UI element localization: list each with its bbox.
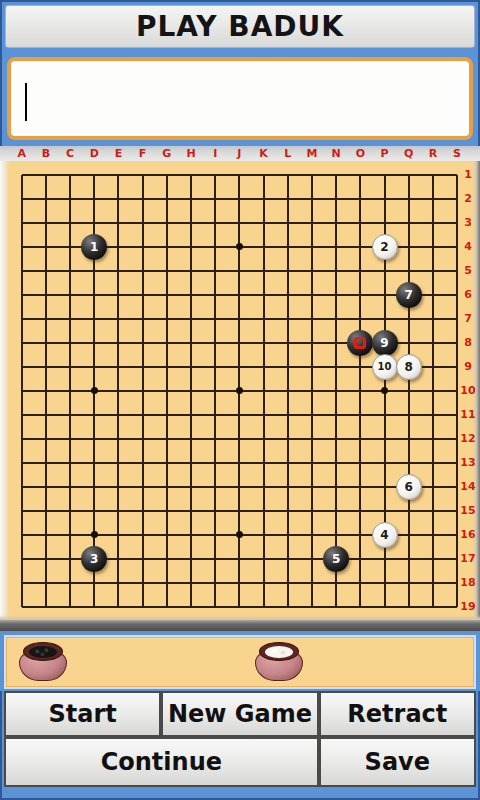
board-intersection[interactable] bbox=[227, 547, 251, 571]
board-intersection[interactable] bbox=[372, 499, 396, 523]
board-intersection[interactable] bbox=[421, 211, 445, 235]
board-intersection[interactable] bbox=[300, 523, 324, 547]
board-intersection[interactable] bbox=[179, 259, 203, 283]
board-intersection[interactable]: 2 bbox=[372, 235, 396, 259]
board-intersection[interactable] bbox=[227, 403, 251, 427]
board-intersection[interactable] bbox=[58, 331, 82, 355]
board-intersection[interactable] bbox=[131, 547, 155, 571]
board-intersection[interactable] bbox=[372, 211, 396, 235]
board-intersection[interactable] bbox=[58, 355, 82, 379]
board-intersection[interactable] bbox=[82, 427, 106, 451]
board-intersection[interactable] bbox=[10, 499, 34, 523]
board-intersection[interactable] bbox=[131, 379, 155, 403]
board-intersection[interactable] bbox=[34, 571, 58, 595]
board-intersection[interactable] bbox=[106, 331, 130, 355]
board-intersection[interactable] bbox=[34, 547, 58, 571]
board-intersection[interactable] bbox=[179, 427, 203, 451]
board-intersection[interactable] bbox=[324, 451, 348, 475]
board-intersection[interactable]: 1 bbox=[82, 235, 106, 259]
board-intersection[interactable] bbox=[324, 307, 348, 331]
board-intersection[interactable] bbox=[131, 283, 155, 307]
board-intersection[interactable] bbox=[300, 403, 324, 427]
board-intersection[interactable] bbox=[397, 547, 421, 571]
board-intersection[interactable] bbox=[276, 355, 300, 379]
board-intersection[interactable] bbox=[155, 451, 179, 475]
board-intersection[interactable] bbox=[179, 331, 203, 355]
board-intersection[interactable] bbox=[179, 355, 203, 379]
board-intersection[interactable] bbox=[421, 379, 445, 403]
board-intersection[interactable] bbox=[348, 475, 372, 499]
board-intersection[interactable] bbox=[300, 307, 324, 331]
board-intersection[interactable] bbox=[10, 283, 34, 307]
board-intersection[interactable] bbox=[421, 307, 445, 331]
board-intersection[interactable] bbox=[58, 499, 82, 523]
board-intersection[interactable] bbox=[421, 355, 445, 379]
board-intersection[interactable] bbox=[300, 547, 324, 571]
board-intersection[interactable] bbox=[421, 187, 445, 211]
board-intersection[interactable] bbox=[372, 547, 396, 571]
board-intersection[interactable] bbox=[397, 211, 421, 235]
board-intersection[interactable] bbox=[348, 187, 372, 211]
board-intersection[interactable] bbox=[155, 379, 179, 403]
board-intersection[interactable] bbox=[155, 163, 179, 187]
board-intersection[interactable] bbox=[421, 499, 445, 523]
board-intersection[interactable] bbox=[348, 547, 372, 571]
board-intersection[interactable] bbox=[58, 547, 82, 571]
board-intersection[interactable] bbox=[203, 427, 227, 451]
board-intersection[interactable] bbox=[106, 475, 130, 499]
board-intersection[interactable] bbox=[276, 283, 300, 307]
board-intersection[interactable] bbox=[179, 571, 203, 595]
board-intersection[interactable] bbox=[34, 403, 58, 427]
board-intersection[interactable] bbox=[203, 451, 227, 475]
board-intersection[interactable]: 4 bbox=[372, 523, 396, 547]
board-intersection[interactable] bbox=[372, 379, 396, 403]
board-intersection[interactable] bbox=[34, 331, 58, 355]
board-intersection[interactable] bbox=[155, 547, 179, 571]
board-intersection[interactable] bbox=[397, 187, 421, 211]
board-intersection[interactable] bbox=[348, 403, 372, 427]
board-intersection[interactable] bbox=[131, 427, 155, 451]
board-intersection[interactable] bbox=[227, 187, 251, 211]
board-intersection[interactable] bbox=[251, 595, 275, 619]
board-intersection[interactable] bbox=[203, 283, 227, 307]
board-intersection[interactable] bbox=[251, 211, 275, 235]
board-intersection[interactable] bbox=[106, 283, 130, 307]
board-intersection[interactable] bbox=[397, 451, 421, 475]
board-intersection[interactable] bbox=[155, 259, 179, 283]
board-intersection[interactable] bbox=[179, 499, 203, 523]
board-intersection[interactable] bbox=[300, 475, 324, 499]
board-intersection[interactable] bbox=[179, 163, 203, 187]
board-intersection[interactable] bbox=[227, 571, 251, 595]
board-intersection[interactable] bbox=[251, 475, 275, 499]
board-intersection[interactable] bbox=[82, 283, 106, 307]
board-intersection[interactable] bbox=[58, 307, 82, 331]
board-intersection[interactable] bbox=[131, 523, 155, 547]
board-intersection[interactable] bbox=[421, 451, 445, 475]
board-intersection[interactable] bbox=[131, 451, 155, 475]
board-intersection[interactable] bbox=[324, 187, 348, 211]
board-intersection[interactable] bbox=[227, 379, 251, 403]
board-intersection[interactable] bbox=[276, 331, 300, 355]
retract-button[interactable]: Retract bbox=[319, 691, 476, 737]
board-intersection[interactable] bbox=[10, 571, 34, 595]
board-intersection[interactable] bbox=[34, 427, 58, 451]
board-intersection[interactable] bbox=[58, 211, 82, 235]
board-intersection[interactable] bbox=[227, 163, 251, 187]
board-intersection[interactable] bbox=[34, 475, 58, 499]
board-intersection[interactable] bbox=[276, 547, 300, 571]
board-intersection[interactable] bbox=[300, 163, 324, 187]
board-intersection[interactable] bbox=[131, 235, 155, 259]
board-intersection[interactable] bbox=[397, 403, 421, 427]
board-intersection[interactable] bbox=[131, 163, 155, 187]
board-intersection[interactable] bbox=[276, 235, 300, 259]
board-intersection[interactable] bbox=[106, 235, 130, 259]
board-intersection[interactable] bbox=[276, 211, 300, 235]
board-intersection[interactable] bbox=[276, 475, 300, 499]
board-intersection[interactable] bbox=[106, 427, 130, 451]
board-intersection[interactable] bbox=[348, 451, 372, 475]
board-intersection[interactable] bbox=[251, 571, 275, 595]
board-intersection[interactable] bbox=[276, 451, 300, 475]
board-intersection[interactable] bbox=[203, 355, 227, 379]
board-intersection[interactable]: 9 bbox=[372, 331, 396, 355]
board-intersection[interactable] bbox=[372, 427, 396, 451]
board-intersection[interactable] bbox=[276, 595, 300, 619]
board-intersection[interactable] bbox=[372, 283, 396, 307]
board-intersection[interactable] bbox=[300, 595, 324, 619]
board-intersection[interactable] bbox=[324, 163, 348, 187]
board-intersection[interactable] bbox=[276, 163, 300, 187]
board-intersection[interactable] bbox=[300, 235, 324, 259]
board-intersection[interactable] bbox=[251, 355, 275, 379]
board-intersection[interactable] bbox=[203, 547, 227, 571]
board-intersection[interactable] bbox=[82, 595, 106, 619]
board-intersection[interactable] bbox=[276, 259, 300, 283]
board-intersection[interactable] bbox=[251, 547, 275, 571]
board-intersection[interactable] bbox=[227, 259, 251, 283]
board-intersection[interactable] bbox=[300, 499, 324, 523]
board-intersection[interactable] bbox=[397, 235, 421, 259]
board-intersection[interactable] bbox=[227, 427, 251, 451]
board-intersection[interactable] bbox=[203, 499, 227, 523]
board-intersection[interactable] bbox=[421, 547, 445, 571]
board-intersection[interactable] bbox=[421, 403, 445, 427]
board-intersection[interactable] bbox=[10, 163, 34, 187]
board-intersection[interactable] bbox=[106, 187, 130, 211]
board-intersection[interactable]: 8 bbox=[397, 355, 421, 379]
board-intersection[interactable] bbox=[10, 595, 34, 619]
board-intersection[interactable] bbox=[421, 475, 445, 499]
board-intersection[interactable] bbox=[58, 571, 82, 595]
board-intersection[interactable] bbox=[348, 235, 372, 259]
board-intersection[interactable] bbox=[34, 499, 58, 523]
board-intersection[interactable] bbox=[227, 235, 251, 259]
board-intersection[interactable] bbox=[10, 211, 34, 235]
board-intersection[interactable] bbox=[397, 427, 421, 451]
board-intersection[interactable] bbox=[324, 355, 348, 379]
board-intersection[interactable] bbox=[324, 259, 348, 283]
board-intersection[interactable] bbox=[300, 331, 324, 355]
board-intersection[interactable] bbox=[203, 331, 227, 355]
board-intersection[interactable] bbox=[82, 523, 106, 547]
board-intersection[interactable] bbox=[131, 259, 155, 283]
board-intersection[interactable] bbox=[179, 187, 203, 211]
board-intersection[interactable] bbox=[276, 187, 300, 211]
board-intersection[interactable] bbox=[179, 307, 203, 331]
board-intersection[interactable] bbox=[179, 523, 203, 547]
board-intersection[interactable] bbox=[10, 427, 34, 451]
board-intersection[interactable] bbox=[421, 523, 445, 547]
board-intersection[interactable] bbox=[10, 259, 34, 283]
board-intersection[interactable] bbox=[397, 307, 421, 331]
board-intersection[interactable] bbox=[372, 259, 396, 283]
board-intersection[interactable] bbox=[131, 355, 155, 379]
board-intersection[interactable] bbox=[324, 523, 348, 547]
board-intersection[interactable] bbox=[58, 235, 82, 259]
move-input[interactable] bbox=[7, 57, 473, 140]
board-intersection[interactable] bbox=[203, 259, 227, 283]
board-intersection[interactable] bbox=[179, 403, 203, 427]
board-intersection[interactable] bbox=[34, 163, 58, 187]
board-intersection[interactable] bbox=[348, 163, 372, 187]
board-intersection[interactable] bbox=[397, 499, 421, 523]
board-intersection[interactable] bbox=[106, 163, 130, 187]
board-intersection[interactable] bbox=[421, 283, 445, 307]
board-intersection[interactable] bbox=[106, 211, 130, 235]
board-intersection[interactable] bbox=[421, 571, 445, 595]
board-intersection[interactable] bbox=[10, 403, 34, 427]
board-intersection[interactable] bbox=[227, 331, 251, 355]
board-intersection[interactable] bbox=[131, 331, 155, 355]
board-intersection[interactable] bbox=[348, 499, 372, 523]
board-intersection[interactable] bbox=[131, 571, 155, 595]
board-intersection[interactable] bbox=[106, 403, 130, 427]
board-intersection[interactable] bbox=[155, 499, 179, 523]
board-intersection[interactable] bbox=[300, 259, 324, 283]
board-intersection[interactable] bbox=[58, 523, 82, 547]
board-intersection[interactable] bbox=[155, 571, 179, 595]
board-intersection[interactable] bbox=[203, 571, 227, 595]
board-intersection[interactable] bbox=[372, 163, 396, 187]
board-intersection[interactable] bbox=[227, 307, 251, 331]
board-intersection[interactable] bbox=[227, 475, 251, 499]
board-intersection[interactable] bbox=[179, 547, 203, 571]
board-intersection[interactable] bbox=[10, 331, 34, 355]
board-intersection[interactable] bbox=[34, 211, 58, 235]
board-intersection[interactable] bbox=[203, 523, 227, 547]
board-intersection[interactable] bbox=[348, 379, 372, 403]
board-intersection[interactable] bbox=[348, 283, 372, 307]
board-intersection[interactable] bbox=[324, 595, 348, 619]
board-intersection[interactable] bbox=[300, 571, 324, 595]
board-intersection[interactable] bbox=[10, 235, 34, 259]
board-intersection[interactable] bbox=[179, 211, 203, 235]
go-board-grid[interactable]: 12791086435 bbox=[10, 163, 470, 619]
board-intersection[interactable] bbox=[372, 307, 396, 331]
board-intersection[interactable] bbox=[203, 595, 227, 619]
board-intersection[interactable] bbox=[34, 235, 58, 259]
board-intersection[interactable] bbox=[34, 187, 58, 211]
board-intersection[interactable] bbox=[58, 163, 82, 187]
board-intersection[interactable] bbox=[155, 427, 179, 451]
new-game-button[interactable]: New Game bbox=[161, 691, 318, 737]
board-intersection[interactable] bbox=[155, 475, 179, 499]
board-intersection[interactable] bbox=[300, 211, 324, 235]
board-intersection[interactable] bbox=[300, 283, 324, 307]
board-intersection[interactable] bbox=[348, 427, 372, 451]
board-intersection[interactable] bbox=[276, 499, 300, 523]
board-intersection[interactable] bbox=[276, 307, 300, 331]
board-intersection[interactable] bbox=[131, 595, 155, 619]
board-intersection[interactable] bbox=[397, 523, 421, 547]
board-intersection[interactable] bbox=[348, 571, 372, 595]
board-intersection[interactable] bbox=[227, 451, 251, 475]
board-intersection[interactable]: 10 bbox=[372, 355, 396, 379]
board-intersection[interactable] bbox=[276, 379, 300, 403]
board-intersection[interactable] bbox=[179, 379, 203, 403]
board-intersection[interactable] bbox=[203, 163, 227, 187]
board-intersection[interactable] bbox=[397, 331, 421, 355]
board-intersection[interactable] bbox=[348, 595, 372, 619]
board-intersection[interactable] bbox=[131, 475, 155, 499]
board-intersection[interactable] bbox=[10, 547, 34, 571]
board-intersection[interactable] bbox=[58, 403, 82, 427]
board-intersection[interactable] bbox=[324, 571, 348, 595]
board-intersection[interactable] bbox=[179, 451, 203, 475]
board-intersection[interactable] bbox=[58, 379, 82, 403]
board-intersection[interactable] bbox=[10, 355, 34, 379]
board-intersection[interactable] bbox=[82, 499, 106, 523]
board-intersection[interactable] bbox=[58, 427, 82, 451]
board-intersection[interactable] bbox=[276, 403, 300, 427]
board-intersection[interactable] bbox=[251, 427, 275, 451]
board-intersection[interactable] bbox=[324, 403, 348, 427]
board-intersection[interactable] bbox=[372, 403, 396, 427]
board-intersection[interactable] bbox=[324, 379, 348, 403]
board-intersection[interactable]: 3 bbox=[82, 547, 106, 571]
board-intersection[interactable] bbox=[106, 307, 130, 331]
board-intersection[interactable]: 6 bbox=[397, 475, 421, 499]
board-intersection[interactable] bbox=[251, 403, 275, 427]
board-intersection[interactable] bbox=[372, 595, 396, 619]
board-intersection[interactable] bbox=[82, 403, 106, 427]
board-intersection[interactable] bbox=[106, 595, 130, 619]
board-intersection[interactable] bbox=[372, 451, 396, 475]
board-intersection[interactable] bbox=[155, 523, 179, 547]
board-intersection[interactable] bbox=[58, 259, 82, 283]
board-intersection[interactable]: 5 bbox=[324, 547, 348, 571]
board-intersection[interactable] bbox=[227, 595, 251, 619]
board-intersection[interactable] bbox=[300, 427, 324, 451]
board-intersection[interactable] bbox=[155, 187, 179, 211]
board-intersection[interactable] bbox=[421, 163, 445, 187]
board-intersection[interactable] bbox=[324, 283, 348, 307]
board-intersection[interactable] bbox=[131, 307, 155, 331]
board-intersection[interactable] bbox=[34, 283, 58, 307]
board-intersection[interactable] bbox=[203, 211, 227, 235]
board-intersection[interactable] bbox=[179, 595, 203, 619]
board-intersection[interactable] bbox=[34, 259, 58, 283]
board-intersection[interactable] bbox=[34, 355, 58, 379]
board-intersection[interactable] bbox=[251, 331, 275, 355]
board-intersection[interactable] bbox=[34, 451, 58, 475]
board-intersection[interactable] bbox=[179, 235, 203, 259]
board-intersection[interactable] bbox=[10, 451, 34, 475]
board-intersection[interactable] bbox=[179, 283, 203, 307]
board-intersection[interactable] bbox=[348, 211, 372, 235]
board-intersection[interactable] bbox=[397, 595, 421, 619]
board-intersection[interactable] bbox=[106, 547, 130, 571]
board-intersection[interactable] bbox=[251, 163, 275, 187]
board-intersection[interactable] bbox=[106, 355, 130, 379]
board-intersection[interactable] bbox=[155, 235, 179, 259]
board-intersection[interactable] bbox=[324, 427, 348, 451]
board-intersection[interactable] bbox=[155, 403, 179, 427]
board-intersection[interactable] bbox=[10, 523, 34, 547]
board-intersection[interactable] bbox=[82, 451, 106, 475]
board-intersection[interactable] bbox=[106, 379, 130, 403]
board-intersection[interactable] bbox=[82, 259, 106, 283]
board-intersection[interactable] bbox=[179, 475, 203, 499]
board-intersection[interactable] bbox=[227, 355, 251, 379]
board-intersection[interactable] bbox=[276, 523, 300, 547]
board-intersection[interactable] bbox=[251, 523, 275, 547]
board-intersection[interactable] bbox=[155, 331, 179, 355]
board-intersection[interactable] bbox=[348, 523, 372, 547]
board-intersection[interactable] bbox=[203, 475, 227, 499]
board-intersection[interactable] bbox=[203, 307, 227, 331]
start-button[interactable]: Start bbox=[4, 691, 161, 737]
board-intersection[interactable] bbox=[82, 355, 106, 379]
board-intersection[interactable] bbox=[106, 571, 130, 595]
board-intersection[interactable] bbox=[251, 499, 275, 523]
board-intersection[interactable] bbox=[58, 451, 82, 475]
board-intersection[interactable] bbox=[251, 187, 275, 211]
board-intersection[interactable] bbox=[106, 259, 130, 283]
board-intersection[interactable] bbox=[348, 307, 372, 331]
board-intersection[interactable] bbox=[82, 211, 106, 235]
board-intersection[interactable] bbox=[276, 427, 300, 451]
board-intersection[interactable] bbox=[251, 379, 275, 403]
board-intersection[interactable] bbox=[82, 187, 106, 211]
board-intersection[interactable] bbox=[251, 259, 275, 283]
board-intersection[interactable] bbox=[421, 595, 445, 619]
board-intersection[interactable] bbox=[227, 523, 251, 547]
board-intersection[interactable] bbox=[203, 403, 227, 427]
board-intersection[interactable]: 7 bbox=[397, 283, 421, 307]
board-intersection[interactable] bbox=[203, 379, 227, 403]
board-intersection[interactable] bbox=[106, 451, 130, 475]
board-intersection[interactable] bbox=[251, 283, 275, 307]
board-intersection[interactable] bbox=[397, 259, 421, 283]
board-intersection[interactable] bbox=[348, 331, 372, 355]
board-intersection[interactable] bbox=[82, 379, 106, 403]
board-intersection[interactable] bbox=[203, 235, 227, 259]
board-intersection[interactable] bbox=[131, 187, 155, 211]
board-intersection[interactable] bbox=[276, 571, 300, 595]
board-intersection[interactable] bbox=[372, 187, 396, 211]
board-intersection[interactable] bbox=[397, 379, 421, 403]
board-intersection[interactable] bbox=[82, 307, 106, 331]
board-intersection[interactable] bbox=[106, 499, 130, 523]
board-intersection[interactable] bbox=[300, 187, 324, 211]
board-intersection[interactable] bbox=[421, 235, 445, 259]
board-intersection[interactable] bbox=[82, 163, 106, 187]
board-intersection[interactable] bbox=[58, 475, 82, 499]
